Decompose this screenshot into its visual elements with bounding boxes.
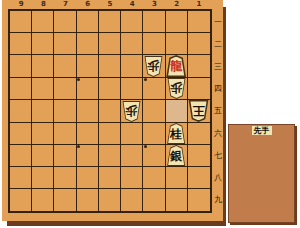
square-41[interactable] — [121, 11, 143, 33]
square-62[interactable] — [77, 33, 99, 55]
square-22[interactable] — [166, 33, 188, 55]
square-86[interactable] — [32, 123, 54, 145]
square-35[interactable] — [143, 100, 165, 123]
square-45[interactable]: 歩 — [121, 100, 143, 123]
square-66[interactable] — [77, 123, 99, 145]
square-24[interactable]: 歩 — [166, 78, 188, 100]
square-38[interactable] — [143, 167, 165, 189]
square-83[interactable] — [32, 55, 54, 78]
rank-label-9: 九 — [213, 189, 223, 211]
square-18[interactable] — [188, 167, 210, 189]
square-42[interactable] — [121, 33, 143, 55]
file-label-7: 7 — [54, 0, 76, 9]
square-34[interactable] — [143, 78, 165, 100]
square-79[interactable] — [54, 189, 76, 211]
square-78[interactable] — [54, 167, 76, 189]
rank-label-7: 七 — [213, 144, 223, 166]
square-75[interactable] — [54, 100, 76, 123]
square-29[interactable] — [166, 189, 188, 211]
square-63[interactable] — [77, 55, 99, 78]
piece-kanji: 銀 — [168, 146, 185, 165]
square-21[interactable] — [166, 11, 188, 33]
board-grid: 歩龍歩歩王桂銀 — [8, 9, 212, 213]
square-49[interactable] — [121, 189, 143, 211]
file-label-4: 4 — [121, 0, 143, 9]
shogi-app: 987654321 歩龍歩歩王桂銀 一二三四五六七八九 先手 — [0, 0, 300, 228]
square-54[interactable] — [99, 78, 121, 100]
square-71[interactable] — [54, 11, 76, 33]
square-64[interactable] — [77, 78, 99, 100]
square-11[interactable] — [188, 11, 210, 33]
file-label-6: 6 — [77, 0, 99, 9]
square-99[interactable] — [10, 189, 32, 211]
square-31[interactable] — [143, 11, 165, 33]
square-33[interactable]: 歩 — [143, 55, 165, 78]
square-89[interactable] — [32, 189, 54, 211]
square-19[interactable] — [188, 189, 210, 211]
square-25[interactable] — [166, 100, 188, 123]
square-55[interactable] — [99, 100, 121, 123]
file-label-2: 2 — [166, 0, 188, 9]
square-57[interactable] — [99, 145, 121, 167]
square-52[interactable] — [99, 33, 121, 55]
square-77[interactable] — [54, 145, 76, 167]
rank-label-3: 三 — [213, 55, 223, 77]
square-98[interactable] — [10, 167, 32, 189]
hoshi-dot — [144, 78, 147, 81]
rank-labels: 一二三四五六七八九 — [213, 11, 223, 211]
piece-sente-silver[interactable]: 銀 — [167, 145, 186, 166]
square-56[interactable] — [99, 123, 121, 145]
piece-kanji: 歩 — [123, 102, 140, 121]
square-95[interactable] — [10, 100, 32, 123]
square-91[interactable] — [10, 11, 32, 33]
square-59[interactable] — [99, 189, 121, 211]
square-58[interactable] — [99, 167, 121, 189]
square-23[interactable]: 龍 — [166, 55, 188, 78]
file-label-1: 1 — [188, 0, 210, 9]
piece-gote-pawn[interactable]: 歩 — [167, 78, 186, 99]
square-26[interactable]: 桂 — [166, 123, 188, 145]
square-27[interactable]: 銀 — [166, 145, 188, 167]
sente-komadai[interactable]: 先手 — [228, 124, 295, 223]
square-13[interactable] — [188, 55, 210, 78]
square-32[interactable] — [143, 33, 165, 55]
komadai-label: 先手 — [252, 126, 272, 135]
square-81[interactable] — [32, 11, 54, 33]
square-17[interactable] — [188, 145, 210, 167]
square-85[interactable] — [32, 100, 54, 123]
square-68[interactable] — [77, 167, 99, 189]
square-97[interactable] — [10, 145, 32, 167]
square-93[interactable] — [10, 55, 32, 78]
file-label-8: 8 — [32, 0, 54, 9]
file-label-3: 3 — [143, 0, 165, 9]
square-92[interactable] — [10, 33, 32, 55]
square-16[interactable] — [188, 123, 210, 145]
square-65[interactable] — [77, 100, 99, 123]
rank-label-5: 五 — [213, 100, 223, 122]
square-84[interactable] — [32, 78, 54, 100]
square-74[interactable] — [54, 78, 76, 100]
square-76[interactable] — [54, 123, 76, 145]
square-47[interactable] — [121, 145, 143, 167]
rank-label-6: 六 — [213, 122, 223, 144]
square-61[interactable] — [77, 11, 99, 33]
square-53[interactable] — [99, 55, 121, 78]
square-44[interactable] — [121, 78, 143, 100]
square-15[interactable]: 王 — [188, 100, 210, 123]
piece-gote-pawn[interactable]: 歩 — [144, 56, 163, 77]
square-46[interactable] — [121, 123, 143, 145]
rank-label-8: 八 — [213, 167, 223, 189]
square-88[interactable] — [32, 167, 54, 189]
hoshi-dot — [77, 78, 80, 81]
square-37[interactable] — [143, 145, 165, 167]
piece-gote-king[interactable]: 王 — [188, 100, 209, 122]
square-94[interactable] — [10, 78, 32, 100]
square-82[interactable] — [32, 33, 54, 55]
file-label-9: 9 — [10, 0, 32, 9]
rank-label-1: 一 — [213, 11, 223, 33]
square-28[interactable] — [166, 167, 188, 189]
square-39[interactable] — [143, 189, 165, 211]
hoshi-dot — [77, 145, 80, 148]
piece-kanji: 王 — [190, 102, 207, 121]
square-43[interactable] — [121, 55, 143, 78]
square-48[interactable] — [121, 167, 143, 189]
piece-sente-dragon[interactable]: 龍 — [166, 55, 187, 77]
piece-kanji: 歩 — [145, 57, 162, 76]
piece-kanji: 龍 — [168, 57, 185, 76]
square-87[interactable] — [32, 145, 54, 167]
square-67[interactable] — [77, 145, 99, 167]
piece-kanji: 歩 — [168, 79, 185, 98]
rank-label-2: 二 — [213, 33, 223, 55]
square-51[interactable] — [99, 11, 121, 33]
shogi-board: 987654321 歩龍歩歩王桂銀 一二三四五六七八九 — [2, 0, 223, 221]
square-36[interactable] — [143, 123, 165, 145]
square-73[interactable] — [54, 55, 76, 78]
rank-label-4: 四 — [213, 78, 223, 100]
square-96[interactable] — [10, 123, 32, 145]
piece-sente-knight[interactable]: 桂 — [167, 123, 186, 144]
hoshi-dot — [144, 145, 147, 148]
file-label-5: 5 — [99, 0, 121, 9]
square-14[interactable] — [188, 78, 210, 100]
file-labels: 987654321 — [10, 0, 210, 9]
square-72[interactable] — [54, 33, 76, 55]
piece-gote-pawn[interactable]: 歩 — [122, 101, 141, 122]
piece-kanji: 桂 — [168, 124, 185, 143]
square-69[interactable] — [77, 189, 99, 211]
square-12[interactable] — [188, 33, 210, 55]
